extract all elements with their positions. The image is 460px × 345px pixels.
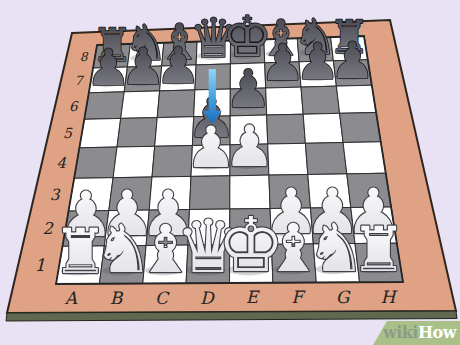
square-h5 (340, 113, 381, 143)
file-label-H: H (380, 287, 397, 307)
file-label-B: B (110, 288, 124, 308)
square-g4 (305, 143, 346, 175)
chessboard: 87654321ABCDEFGH♜♞♝♛♚♝♞♜♟♟♟♟♟♟♟♟♟♟♟♟♟♟♟♟… (0, 0, 460, 345)
square-b4 (113, 146, 155, 177)
piece-white-rook-h1: ♜ (351, 214, 406, 286)
piece-black-pawn-h7: ♟ (330, 31, 375, 90)
wikihow-logo-wiki: wiki (383, 323, 418, 342)
wikihow-logo-how: How (418, 323, 460, 342)
file-label-A: A (64, 288, 78, 308)
square-g5 (303, 113, 343, 143)
rank-label-6: 6 (69, 99, 79, 114)
file-label-C: C (155, 288, 170, 308)
rank-label-5: 5 (63, 125, 73, 141)
square-h4 (343, 142, 386, 174)
square-a4 (74, 147, 117, 178)
board-edge-side (6, 311, 457, 321)
file-label-D: D (200, 288, 215, 308)
rank-label-4: 4 (57, 154, 67, 171)
rank-label-1: 1 (34, 255, 45, 275)
board-svg: 87654321ABCDEFGH♜♞♝♛♚♝♞♜♟♟♟♟♟♟♟♟♟♟♟♟♟♟♟♟… (0, 0, 460, 345)
square-b5 (117, 118, 157, 147)
piece-white-pawn-e4: ♟ (224, 113, 275, 179)
file-label-G: G (336, 287, 351, 307)
square-a5 (79, 118, 120, 147)
wikihow-chess-illustration: 87654321ABCDEFGH♜♞♝♛♚♝♞♜♟♟♟♟♟♟♟♟♟♟♟♟♟♟♟♟… (0, 0, 460, 345)
